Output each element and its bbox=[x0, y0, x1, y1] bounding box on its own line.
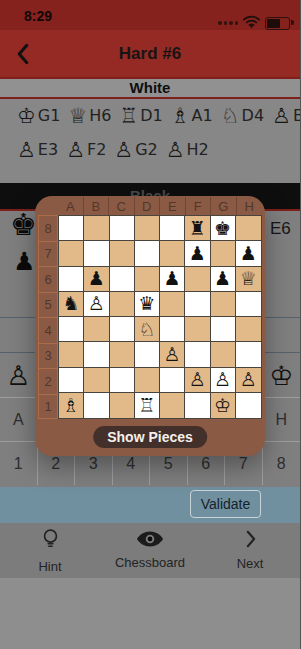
piece-glyph: ♙ bbox=[66, 138, 85, 162]
file-label: G bbox=[211, 197, 237, 215]
app-screen: 8:29 Hard #6 White ♔G1♕H6♖D1♗A1♘D4♙ bbox=[0, 0, 300, 649]
rank-label: 5 bbox=[38, 292, 58, 318]
board-square-a8[interactable] bbox=[59, 216, 84, 241]
piece-square: D1 bbox=[140, 106, 163, 125]
piece-square: E3 bbox=[38, 140, 58, 159]
board-square-e1[interactable] bbox=[160, 393, 185, 418]
rank-label: 8 bbox=[38, 215, 58, 241]
chess-piece-white-p-h2[interactable]: ♙ bbox=[236, 368, 261, 393]
board-square-c4[interactable] bbox=[110, 317, 135, 342]
board-square-b3[interactable] bbox=[84, 342, 109, 367]
piece-square: G1 bbox=[38, 106, 61, 125]
board-square-b8[interactable] bbox=[84, 216, 109, 241]
rank-label: 1 bbox=[38, 394, 58, 420]
letter-picker-cell[interactable]: A bbox=[0, 398, 38, 441]
chessboard-button[interactable]: Chessboard bbox=[100, 523, 200, 578]
board-square-h1[interactable] bbox=[236, 393, 261, 418]
chessboard-grid: ♜♚♟♟♟♟♟♕♞♙♛♘♙♙♙♙♗♖♔ bbox=[58, 215, 262, 419]
board-square-f6[interactable] bbox=[185, 267, 210, 292]
eye-icon bbox=[137, 531, 163, 551]
status-time: 8:29 bbox=[24, 8, 52, 24]
status-bar: 8:29 bbox=[0, 0, 300, 30]
chess-piece-black-q-d5[interactable]: ♛ bbox=[135, 292, 160, 317]
chess-piece-white-r-d1[interactable]: ♖ bbox=[135, 393, 160, 418]
chess-piece-black-n-a5[interactable]: ♞ bbox=[59, 292, 84, 317]
board-square-c6[interactable] bbox=[110, 267, 135, 292]
white-piece-list: ♔G1♕H6♖D1♗A1♘D4♙B5♙E3♙F2♙G2♙H2 bbox=[0, 99, 300, 183]
board-square-h5[interactable] bbox=[236, 292, 261, 317]
bottom-toolbar: Hint Chessboard Next bbox=[0, 523, 300, 578]
chess-piece-black-p-f7[interactable]: ♟ bbox=[185, 241, 210, 266]
chess-piece-black-r-f8[interactable]: ♜ bbox=[185, 216, 210, 241]
board-square-c3[interactable] bbox=[110, 342, 135, 367]
footer bbox=[0, 578, 300, 649]
board-square-c5[interactable] bbox=[110, 292, 135, 317]
file-label: A bbox=[58, 197, 84, 215]
board-square-d6[interactable] bbox=[135, 267, 160, 292]
next-label: Next bbox=[237, 556, 264, 571]
board-square-a3[interactable] bbox=[59, 342, 84, 367]
piece-glyph: ♘ bbox=[221, 104, 240, 128]
board-modal: ABCDEFGH 87654321 ♜♚♟♟♟♟♟♕♞♙♛♘♙♙♙♙♗♖♔ Sh… bbox=[35, 196, 265, 456]
piece-square: H6 bbox=[89, 106, 111, 125]
board-square-e2[interactable] bbox=[160, 368, 185, 393]
piece-glyph: ♙ bbox=[17, 138, 36, 162]
board-square-g5[interactable] bbox=[211, 292, 236, 317]
board-square-a6[interactable] bbox=[59, 267, 84, 292]
rank-label: 4 bbox=[38, 317, 58, 343]
file-label: F bbox=[186, 197, 212, 215]
chessboard-label: Chessboard bbox=[115, 555, 185, 570]
file-label: E bbox=[160, 197, 186, 215]
number-picker-cell[interactable]: 1 bbox=[0, 442, 38, 485]
chess-piece-white-p-g2[interactable]: ♙ bbox=[211, 368, 236, 393]
file-label: C bbox=[109, 197, 135, 215]
chess-piece-white-q-h6[interactable]: ♕ bbox=[236, 267, 261, 292]
chess-piece-white-p-e3[interactable]: ♙ bbox=[160, 342, 185, 367]
board-square-d2[interactable] bbox=[135, 368, 160, 393]
page-title: Hard #6 bbox=[0, 44, 300, 64]
chess-piece-black-k-g8[interactable]: ♚ bbox=[211, 216, 236, 241]
file-label: H bbox=[237, 197, 263, 215]
board-square-b7[interactable] bbox=[84, 241, 109, 266]
board-square-b2[interactable] bbox=[84, 368, 109, 393]
piece-glyph: ♖ bbox=[119, 104, 138, 128]
board-square-a4[interactable] bbox=[59, 317, 84, 342]
board-square-f3[interactable] bbox=[185, 342, 210, 367]
piece-picker-cell[interactable]: ♙ bbox=[0, 353, 38, 397]
chess-piece-white-p-b5[interactable]: ♙ bbox=[84, 292, 109, 317]
cellular-signal-icon bbox=[218, 21, 238, 25]
piece-glyph: ♕ bbox=[68, 104, 87, 128]
rank-label: 2 bbox=[38, 368, 58, 394]
rank-label: 7 bbox=[38, 241, 58, 267]
file-label: D bbox=[135, 197, 161, 215]
board-square-f4[interactable] bbox=[185, 317, 210, 342]
rank-labels: 87654321 bbox=[38, 215, 58, 419]
board-square-e4[interactable] bbox=[160, 317, 185, 342]
piece-square: B5 bbox=[293, 106, 300, 125]
board-square-e7[interactable] bbox=[160, 241, 185, 266]
piece-glyph: ♙ bbox=[166, 138, 185, 162]
chess-piece-black-p-b6[interactable]: ♟ bbox=[84, 267, 109, 292]
letter-picker-cell[interactable]: H bbox=[263, 398, 301, 441]
board-square-f1[interactable] bbox=[185, 393, 210, 418]
board-square-e8[interactable] bbox=[160, 216, 185, 241]
board-square-d8[interactable] bbox=[135, 216, 160, 241]
piece-glyph: ♙ bbox=[114, 138, 133, 162]
chess-piece-white-n-d4[interactable]: ♘ bbox=[135, 317, 160, 342]
board-square-g7[interactable] bbox=[211, 241, 236, 266]
chess-piece-white-b-a1[interactable]: ♗ bbox=[59, 393, 84, 418]
validate-button[interactable]: Validate bbox=[190, 490, 261, 518]
board-square-g3[interactable] bbox=[211, 342, 236, 367]
board-square-h8[interactable] bbox=[236, 216, 261, 241]
rank-label: 6 bbox=[38, 266, 58, 292]
chess-piece-white-p-f2[interactable]: ♙ bbox=[185, 368, 210, 393]
chevron-right-icon bbox=[245, 530, 256, 552]
board-square-h4[interactable] bbox=[236, 317, 261, 342]
board-square-b4[interactable] bbox=[84, 317, 109, 342]
piece-square: D4 bbox=[242, 106, 265, 125]
black-piece-square-label: E6 bbox=[270, 219, 291, 239]
piece-picker-cell[interactable]: ♔ bbox=[263, 353, 301, 397]
hint-button[interactable]: Hint bbox=[0, 523, 100, 578]
lightbulb-icon bbox=[42, 528, 59, 555]
validate-bar: Validate bbox=[0, 487, 300, 523]
piece-square: A1 bbox=[192, 106, 213, 125]
board-square-c2[interactable] bbox=[110, 368, 135, 393]
number-picker-cell[interactable]: 8 bbox=[263, 442, 301, 485]
chess-piece-black-p-g6[interactable]: ♟ bbox=[211, 267, 236, 292]
board-square-c1[interactable] bbox=[110, 393, 135, 418]
board-square-a7[interactable] bbox=[59, 241, 84, 266]
battery-icon bbox=[265, 17, 290, 30]
piece-square: G2 bbox=[135, 140, 158, 159]
rank-label: 3 bbox=[38, 343, 58, 369]
board-square-h3[interactable] bbox=[236, 342, 261, 367]
board-square-b1[interactable] bbox=[84, 393, 109, 418]
black-pawn-glyph: ♟ bbox=[13, 249, 35, 274]
hint-label: Hint bbox=[38, 559, 61, 574]
piece-list-line: ♙E3♙F2♙G2♙H2 bbox=[0, 133, 300, 167]
nav-bar: Hard #6 bbox=[0, 30, 300, 77]
board-square-c7[interactable] bbox=[110, 241, 135, 266]
chess-piece-black-p-e6[interactable]: ♟ bbox=[160, 267, 185, 292]
board-square-d3[interactable] bbox=[135, 342, 160, 367]
board-square-a2[interactable] bbox=[59, 368, 84, 393]
black-king-glyph: ♚ bbox=[10, 210, 37, 240]
piece-glyph: ♙ bbox=[272, 104, 291, 128]
board-square-c8[interactable] bbox=[110, 216, 135, 241]
next-button[interactable]: Next bbox=[200, 523, 300, 578]
board-square-f5[interactable] bbox=[185, 292, 210, 317]
white-section-header: White bbox=[0, 79, 300, 97]
board-square-g4[interactable] bbox=[211, 317, 236, 342]
file-label: B bbox=[84, 197, 110, 215]
piece-square: F2 bbox=[87, 140, 106, 159]
board-square-e5[interactable] bbox=[160, 292, 185, 317]
piece-list-line: ♔G1♕H6♖D1♗A1♘D4♙B5 bbox=[0, 99, 300, 133]
board-square-d7[interactable] bbox=[135, 241, 160, 266]
chess-piece-white-k-g1[interactable]: ♔ bbox=[211, 393, 236, 418]
chess-piece-black-p-h7[interactable]: ♟ bbox=[236, 241, 261, 266]
piece-glyph: ♗ bbox=[171, 104, 190, 128]
file-labels: ABCDEFGH bbox=[58, 197, 262, 215]
show-pieces-button[interactable]: Show Pieces bbox=[93, 426, 207, 448]
piece-square: H2 bbox=[187, 140, 209, 159]
piece-glyph: ♔ bbox=[17, 104, 36, 128]
